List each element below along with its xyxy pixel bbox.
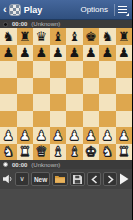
piece-wp: ♟: [85, 129, 97, 142]
play-button[interactable]: [119, 172, 130, 186]
piece-wn: ♞: [2, 145, 14, 158]
chess-board[interactable]: ♞♜♛♝♝♚♞♜♟♟♟♟♟♟♟♟♟♟♟♟♟♟♟♟♞♜♛♝♝♚♞♜: [0, 28, 132, 160]
square-g7[interactable]: ♟: [99, 45, 116, 62]
piece-bp: ♟: [68, 46, 80, 59]
square-a6[interactable]: [0, 61, 17, 78]
square-c3[interactable]: [33, 111, 50, 128]
square-h4[interactable]: [116, 94, 133, 111]
square-b3[interactable]: [17, 111, 34, 128]
next-move-button[interactable]: [103, 172, 117, 186]
square-a7[interactable]: ♟: [0, 45, 17, 62]
piece-bp: ♟: [19, 46, 31, 59]
square-c6[interactable]: [33, 61, 50, 78]
square-b2[interactable]: ♟: [17, 127, 34, 144]
piece-bp: ♟: [118, 46, 130, 59]
square-b1[interactable]: ♜: [17, 144, 34, 161]
square-h6[interactable]: [116, 61, 133, 78]
square-c8[interactable]: ♛: [33, 28, 50, 45]
square-h8[interactable]: ♜: [116, 28, 133, 45]
square-e1[interactable]: ♝: [66, 144, 83, 161]
square-c2[interactable]: ♟: [33, 127, 50, 144]
piece-wp: ♟: [19, 129, 31, 142]
white-player-bar: 00:00 (Unknown): [0, 160, 132, 169]
piece-wr: ♜: [19, 145, 31, 158]
square-h5[interactable]: [116, 78, 133, 95]
square-b5[interactable]: [17, 78, 34, 95]
piece-bn: ♞: [101, 30, 113, 43]
page-title: Play: [24, 5, 43, 15]
square-a5[interactable]: [0, 78, 17, 95]
app-window: ‹ Play Options 00:00 (Unknown) ♞♜♛♝♝♚♞♜♟…: [0, 0, 132, 220]
piece-wq: ♛: [35, 145, 47, 158]
header-bar: ‹ Play Options: [0, 0, 132, 20]
white-player-color-icon: [3, 162, 8, 167]
square-d7[interactable]: ♟: [50, 45, 67, 62]
square-d5[interactable]: [50, 78, 67, 95]
square-e6[interactable]: [66, 61, 83, 78]
piece-bp: ♟: [2, 46, 14, 59]
square-d2[interactable]: ♟: [50, 127, 67, 144]
piece-bp: ♟: [101, 46, 113, 59]
square-e4[interactable]: [66, 94, 83, 111]
piece-bq: ♛: [35, 30, 47, 43]
piece-wp: ♟: [101, 129, 113, 142]
square-f1[interactable]: ♚: [83, 144, 100, 161]
square-e3[interactable]: [66, 111, 83, 128]
square-e2[interactable]: ♟: [66, 127, 83, 144]
footer-area: [0, 189, 132, 220]
square-g1[interactable]: ♞: [99, 144, 116, 161]
game-toolbar: ∨ New: [0, 169, 132, 189]
piece-wp: ♟: [2, 129, 14, 142]
square-h3[interactable]: [116, 111, 133, 128]
piece-wp: ♟: [35, 129, 47, 142]
piece-bp: ♟: [85, 46, 97, 59]
piece-bn: ♞: [2, 30, 14, 43]
back-chevron-icon[interactable]: ‹: [3, 4, 7, 15]
overflow-menu-icon[interactable]: [118, 4, 129, 16]
square-f4[interactable]: [83, 94, 100, 111]
piece-bk: ♚: [85, 30, 97, 43]
piece-wb: ♝: [68, 145, 80, 158]
square-d3[interactable]: [50, 111, 67, 128]
piece-br: ♜: [19, 30, 31, 43]
square-b7[interactable]: ♟: [17, 45, 34, 62]
piece-wk: ♚: [85, 145, 97, 158]
square-a1[interactable]: ♞: [0, 144, 17, 161]
square-e7[interactable]: ♟: [66, 45, 83, 62]
square-c5[interactable]: [33, 78, 50, 95]
open-folder-button[interactable]: [52, 172, 68, 186]
square-h2[interactable]: ♟: [116, 127, 133, 144]
piece-wp: ♟: [118, 129, 130, 142]
square-d1[interactable]: ♝: [50, 144, 67, 161]
square-d8[interactable]: ♝: [50, 28, 67, 45]
piece-wr: ♜: [118, 145, 130, 158]
square-a3[interactable]: [0, 111, 17, 128]
square-f2[interactable]: ♟: [83, 127, 100, 144]
square-b6[interactable]: [17, 61, 34, 78]
square-g4[interactable]: [99, 94, 116, 111]
header-divider: [114, 4, 115, 16]
square-b8[interactable]: ♜: [17, 28, 34, 45]
square-f7[interactable]: ♟: [83, 45, 100, 62]
black-player-bar: 00:00 (Unknown): [0, 20, 132, 28]
square-d4[interactable]: [50, 94, 67, 111]
square-f6[interactable]: [83, 61, 100, 78]
chessboard-app-icon: [9, 4, 21, 16]
square-f8[interactable]: ♚: [83, 28, 100, 45]
new-game-button[interactable]: New: [31, 172, 50, 186]
piece-bb: ♝: [52, 30, 64, 43]
black-clock: 00:00: [12, 21, 27, 27]
piece-wn: ♞: [101, 145, 113, 158]
square-a2[interactable]: ♟: [0, 127, 17, 144]
square-a8[interactable]: ♞: [0, 28, 17, 45]
white-player-name: (Unknown): [31, 162, 60, 168]
square-g3[interactable]: [99, 111, 116, 128]
square-f3[interactable]: [83, 111, 100, 128]
square-c1[interactable]: ♛: [33, 144, 50, 161]
black-player-name: (Unknown): [31, 21, 60, 27]
piece-wp: ♟: [52, 129, 64, 142]
square-c4[interactable]: [33, 94, 50, 111]
piece-bp: ♟: [52, 46, 64, 59]
square-b4[interactable]: [17, 94, 34, 111]
square-g5[interactable]: [99, 78, 116, 95]
square-h7[interactable]: ♟: [116, 45, 133, 62]
piece-wb: ♝: [52, 145, 64, 158]
options-button[interactable]: Options: [77, 5, 111, 14]
square-g8[interactable]: ♞: [99, 28, 116, 45]
square-h1[interactable]: ♜: [116, 144, 133, 161]
square-c7[interactable]: ♟: [33, 45, 50, 62]
square-e5[interactable]: [66, 78, 83, 95]
square-g6[interactable]: [99, 61, 116, 78]
square-d6[interactable]: [50, 61, 67, 78]
chevron-down-button[interactable]: ∨: [15, 172, 29, 186]
square-e8[interactable]: ♝: [66, 28, 83, 45]
square-g2[interactable]: ♟: [99, 127, 116, 144]
square-a4[interactable]: [0, 94, 17, 111]
save-button[interactable]: [70, 172, 85, 186]
white-clock: 00:00: [12, 162, 27, 168]
square-f5[interactable]: [83, 78, 100, 95]
piece-bb: ♝: [68, 30, 80, 43]
black-player-color-icon: [3, 22, 8, 27]
previous-move-button[interactable]: [87, 172, 101, 186]
piece-bp: ♟: [35, 46, 47, 59]
speaker-icon[interactable]: [2, 172, 13, 186]
piece-wp: ♟: [68, 129, 80, 142]
piece-br: ♜: [118, 30, 130, 43]
